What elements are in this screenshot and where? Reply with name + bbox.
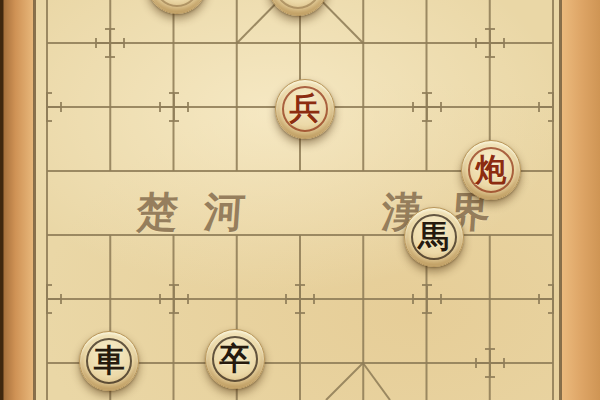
piece-red-cannon[interactable]: 炮 <box>461 140 521 200</box>
point-marker <box>285 284 315 314</box>
piece-character: 車 <box>80 332 138 390</box>
piece-character <box>269 0 327 15</box>
piece-unknown-piece-cropped[interactable] <box>147 0 207 14</box>
point-marker <box>95 28 125 58</box>
point-marker <box>32 92 62 122</box>
piece-unknown-piece-cropped[interactable] <box>268 0 328 16</box>
point-marker <box>475 28 505 58</box>
piece-black-horse[interactable]: 馬 <box>404 207 464 267</box>
point-marker <box>538 284 568 314</box>
piece-character: 卒 <box>206 330 264 388</box>
piece-character: 兵 <box>276 80 334 138</box>
piece-character: 炮 <box>462 141 520 199</box>
point-marker <box>412 92 442 122</box>
point-marker <box>412 284 442 314</box>
point-marker <box>475 348 505 378</box>
pieces-and-markers-layer: 兵炮馬車卒 <box>0 0 600 400</box>
piece-character: 馬 <box>405 208 463 266</box>
point-marker <box>538 92 568 122</box>
xiangqi-game-screen: 楚河 漢界 兵炮馬車卒 <box>0 0 600 400</box>
piece-black-soldier[interactable]: 卒 <box>205 329 265 389</box>
point-marker <box>159 92 189 122</box>
piece-character <box>148 0 206 13</box>
point-marker <box>159 284 189 314</box>
point-marker <box>32 284 62 314</box>
piece-black-chariot[interactable]: 車 <box>79 331 139 391</box>
piece-red-soldier[interactable]: 兵 <box>275 79 335 139</box>
